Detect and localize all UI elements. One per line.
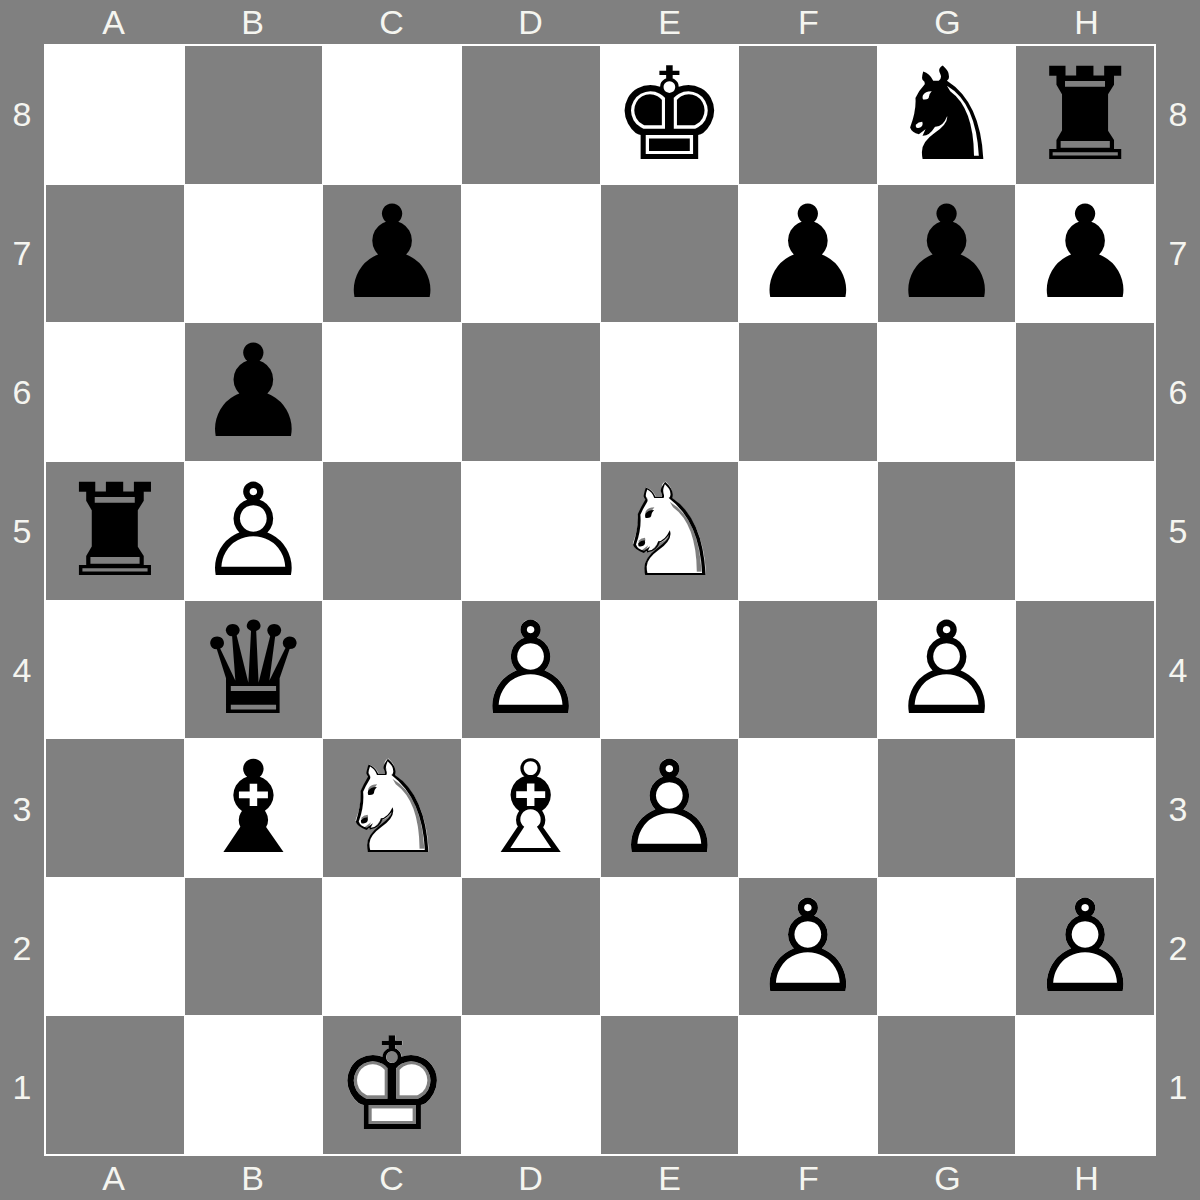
square-b6[interactable]: ♟ (185, 323, 323, 461)
black-pawn: ♟ (739, 185, 877, 323)
square-e4[interactable] (601, 601, 739, 739)
square-d7[interactable] (462, 185, 600, 323)
square-f2[interactable]: ♟♙ (739, 878, 877, 1016)
white-pawn: ♟♙ (462, 601, 600, 739)
square-d6[interactable] (462, 323, 600, 461)
square-g5[interactable] (878, 462, 1016, 600)
square-f1[interactable] (739, 1016, 877, 1154)
rank-label: 7 (0, 183, 44, 322)
square-e7[interactable] (601, 185, 739, 323)
rank-label: 7 (1156, 183, 1200, 322)
square-g4[interactable]: ♟♙ (878, 601, 1016, 739)
square-e5[interactable]: ♞♘ (601, 462, 739, 600)
file-label: H (1017, 0, 1156, 44)
square-h4[interactable] (1016, 601, 1154, 739)
square-e3[interactable]: ♟♙ (601, 739, 739, 877)
rank-label: 5 (1156, 461, 1200, 600)
square-d2[interactable] (462, 878, 600, 1016)
square-b5[interactable]: ♟♙ (185, 462, 323, 600)
file-label: E (600, 0, 739, 44)
black-king: ♚ (601, 46, 739, 184)
square-h7[interactable]: ♟ (1016, 185, 1154, 323)
square-a1[interactable] (46, 1016, 184, 1154)
white-king: ♚♔ (323, 1016, 461, 1154)
file-label: A (44, 0, 183, 44)
rank-label: 1 (1156, 1017, 1200, 1156)
file-label: D (461, 0, 600, 44)
square-h6[interactable] (1016, 323, 1154, 461)
square-h1[interactable] (1016, 1016, 1154, 1154)
square-b2[interactable] (185, 878, 323, 1016)
square-c2[interactable] (323, 878, 461, 1016)
square-b1[interactable] (185, 1016, 323, 1154)
file-label: G (878, 1156, 1017, 1200)
rank-label: 3 (1156, 739, 1200, 878)
square-a6[interactable] (46, 323, 184, 461)
black-knight: ♞ (878, 46, 1016, 184)
rank-label: 6 (1156, 322, 1200, 461)
rank-labels-right: 8 7 6 5 4 3 2 1 (1156, 44, 1200, 1156)
rank-label: 4 (0, 600, 44, 739)
square-a2[interactable] (46, 878, 184, 1016)
square-d1[interactable] (462, 1016, 600, 1154)
rank-label: 5 (0, 461, 44, 600)
file-label: H (1017, 1156, 1156, 1200)
file-label: B (183, 0, 322, 44)
rank-label: 8 (0, 44, 44, 183)
file-label: A (44, 1156, 183, 1200)
black-rook: ♜ (46, 462, 184, 600)
black-bishop: ♝ (185, 739, 323, 877)
square-f8[interactable] (739, 46, 877, 184)
square-f4[interactable] (739, 601, 877, 739)
square-c4[interactable] (323, 601, 461, 739)
rank-label: 6 (0, 322, 44, 461)
square-f5[interactable] (739, 462, 877, 600)
square-e2[interactable] (601, 878, 739, 1016)
white-pawn: ♟♙ (1016, 878, 1154, 1016)
square-d4[interactable]: ♟♙ (462, 601, 600, 739)
square-g2[interactable] (878, 878, 1016, 1016)
square-h5[interactable] (1016, 462, 1154, 600)
file-label: E (600, 1156, 739, 1200)
black-pawn: ♟ (1016, 185, 1154, 323)
white-bishop: ♝♗ (462, 739, 600, 877)
square-b7[interactable] (185, 185, 323, 323)
white-pawn: ♟♙ (601, 739, 739, 877)
white-knight: ♞♘ (601, 462, 739, 600)
square-c8[interactable] (323, 46, 461, 184)
black-queen: ♛ (185, 601, 323, 739)
white-pawn: ♟♙ (878, 601, 1016, 739)
file-labels-bottom: A B C D E F G H (44, 1156, 1156, 1200)
square-h2[interactable]: ♟♙ (1016, 878, 1154, 1016)
square-b4[interactable]: ♛ (185, 601, 323, 739)
square-e1[interactable] (601, 1016, 739, 1154)
square-d5[interactable] (462, 462, 600, 600)
square-a5[interactable]: ♜ (46, 462, 184, 600)
square-c3[interactable]: ♞♘ (323, 739, 461, 877)
rank-label: 8 (1156, 44, 1200, 183)
file-label: C (322, 1156, 461, 1200)
square-b3[interactable]: ♝ (185, 739, 323, 877)
file-label: F (739, 0, 878, 44)
square-c1[interactable]: ♚♔ (323, 1016, 461, 1154)
black-pawn: ♟ (878, 185, 1016, 323)
square-h8[interactable]: ♜ (1016, 46, 1154, 184)
black-pawn: ♟ (323, 185, 461, 323)
file-label: F (739, 1156, 878, 1200)
square-b8[interactable] (185, 46, 323, 184)
white-knight: ♞♘ (323, 739, 461, 877)
file-label: D (461, 1156, 600, 1200)
square-g8[interactable]: ♞ (878, 46, 1016, 184)
square-a3[interactable] (46, 739, 184, 877)
square-a4[interactable] (46, 601, 184, 739)
rank-label: 2 (0, 878, 44, 1017)
square-f6[interactable] (739, 323, 877, 461)
black-rook: ♜ (1016, 46, 1154, 184)
square-c6[interactable] (323, 323, 461, 461)
white-pawn: ♟♙ (185, 462, 323, 600)
square-e8[interactable]: ♚ (601, 46, 739, 184)
file-label: B (183, 1156, 322, 1200)
rank-label: 2 (1156, 878, 1200, 1017)
rank-labels-left: 8 7 6 5 4 3 2 1 (0, 44, 44, 1156)
square-c7[interactable]: ♟ (323, 185, 461, 323)
rank-label: 3 (0, 739, 44, 878)
chess-board-diagram: A B C D E F G H 8 7 6 5 4 3 2 1 8 7 6 5 … (0, 0, 1200, 1200)
rank-label: 1 (0, 1017, 44, 1156)
black-pawn: ♟ (185, 323, 323, 461)
square-g3[interactable] (878, 739, 1016, 877)
square-f7[interactable]: ♟ (739, 185, 877, 323)
square-e6[interactable] (601, 323, 739, 461)
square-c5[interactable] (323, 462, 461, 600)
square-g6[interactable] (878, 323, 1016, 461)
square-a7[interactable] (46, 185, 184, 323)
rank-label: 4 (1156, 600, 1200, 739)
square-g1[interactable] (878, 1016, 1016, 1154)
square-f3[interactable] (739, 739, 877, 877)
square-g7[interactable]: ♟ (878, 185, 1016, 323)
square-d8[interactable] (462, 46, 600, 184)
white-pawn: ♟♙ (739, 878, 877, 1016)
file-labels-top: A B C D E F G H (44, 0, 1156, 44)
file-label: C (322, 0, 461, 44)
square-a8[interactable] (46, 46, 184, 184)
square-h3[interactable] (1016, 739, 1154, 877)
board: ♚♞♜♟♟♟♟♟♜♟♙♞♘♛♟♙♟♙♝♞♘♝♗♟♙♟♙♟♙♚♔ (44, 44, 1156, 1156)
file-label: G (878, 0, 1017, 44)
square-d3[interactable]: ♝♗ (462, 739, 600, 877)
